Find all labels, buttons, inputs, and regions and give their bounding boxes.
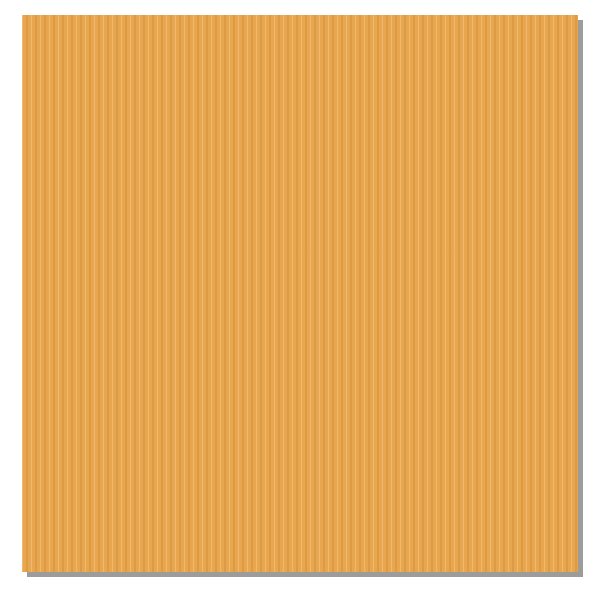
go-board-diagram	[0, 0, 603, 597]
board-shadow-right	[578, 20, 583, 577]
board-shadow-bottom	[27, 572, 578, 577]
goban[interactable]	[22, 15, 578, 572]
stones-layer	[25, 23, 571, 569]
